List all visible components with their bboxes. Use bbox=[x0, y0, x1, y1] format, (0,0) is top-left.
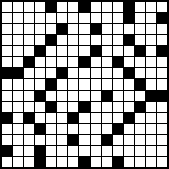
white-cell-r11c6[interactable] bbox=[68, 124, 78, 134]
black-cell-r0c4 bbox=[46, 2, 56, 12]
white-cell-r5c6[interactable] bbox=[68, 57, 78, 67]
white-cell-r3c7[interactable] bbox=[79, 35, 89, 45]
black-cell-r1c14 bbox=[157, 13, 167, 23]
white-cell-r12c1[interactable] bbox=[13, 135, 23, 145]
white-cell-r12c14[interactable] bbox=[157, 135, 167, 145]
white-cell-r6c6[interactable] bbox=[68, 68, 78, 78]
white-cell-r5c13[interactable] bbox=[146, 57, 156, 67]
white-cell-r4c2[interactable] bbox=[24, 46, 34, 56]
white-cell-r9c0[interactable] bbox=[2, 102, 12, 112]
white-cell-r7c9[interactable] bbox=[102, 79, 112, 89]
black-cell-r12c9 bbox=[102, 135, 112, 145]
white-cell-r12c11[interactable] bbox=[124, 135, 134, 145]
white-cell-r7c1[interactable] bbox=[13, 79, 23, 89]
white-cell-r13c7[interactable] bbox=[79, 146, 89, 156]
crossword-grid bbox=[0, 0, 169, 169]
white-cell-r13c1[interactable] bbox=[13, 146, 23, 156]
black-cell-r9c12 bbox=[135, 102, 145, 112]
white-cell-r3c12[interactable] bbox=[135, 35, 145, 45]
white-cell-r11c8[interactable] bbox=[91, 124, 101, 134]
white-cell-r11c13[interactable] bbox=[146, 124, 156, 134]
white-cell-r5c5[interactable] bbox=[57, 57, 67, 67]
white-cell-r10c13[interactable] bbox=[146, 113, 156, 123]
white-cell-r3c3[interactable] bbox=[35, 35, 45, 45]
white-cell-r6c4[interactable] bbox=[46, 68, 56, 78]
white-cell-r14c5[interactable] bbox=[57, 157, 67, 167]
white-cell-r2c13[interactable] bbox=[146, 24, 156, 34]
white-cell-r9c9[interactable] bbox=[102, 102, 112, 112]
white-cell-r11c2[interactable] bbox=[24, 124, 34, 134]
white-cell-r11c0[interactable] bbox=[2, 124, 12, 134]
white-cell-r13c2[interactable] bbox=[24, 146, 34, 156]
black-cell-r13c0 bbox=[2, 146, 12, 156]
white-cell-r0c12[interactable] bbox=[135, 2, 145, 12]
black-cell-r5c7 bbox=[79, 57, 89, 67]
white-cell-r8c2[interactable] bbox=[24, 91, 34, 101]
white-cell-r11c14[interactable] bbox=[157, 124, 167, 134]
white-cell-r3c0[interactable] bbox=[2, 35, 12, 45]
white-cell-r14c9[interactable] bbox=[102, 157, 112, 167]
white-cell-r3c8[interactable] bbox=[91, 35, 101, 45]
black-cell-r1c11 bbox=[124, 13, 134, 23]
white-cell-r3c5[interactable] bbox=[57, 35, 67, 45]
white-cell-r10c14[interactable] bbox=[157, 113, 167, 123]
white-cell-r9c1[interactable] bbox=[13, 102, 23, 112]
white-cell-r10c5[interactable] bbox=[57, 113, 67, 123]
black-cell-r8c9 bbox=[102, 91, 112, 101]
white-cell-r1c5[interactable] bbox=[57, 13, 67, 23]
white-cell-r8c6[interactable] bbox=[68, 91, 78, 101]
white-cell-r1c2[interactable] bbox=[24, 13, 34, 23]
white-cell-r11c1[interactable] bbox=[13, 124, 23, 134]
white-cell-r4c10[interactable] bbox=[113, 46, 123, 56]
white-cell-r3c14[interactable] bbox=[157, 35, 167, 45]
white-cell-r4c7[interactable] bbox=[79, 46, 89, 56]
white-cell-r14c8[interactable] bbox=[91, 157, 101, 167]
black-cell-r8c3 bbox=[35, 91, 45, 101]
white-cell-r2c7[interactable] bbox=[79, 24, 89, 34]
white-cell-r13c8[interactable] bbox=[91, 146, 101, 156]
white-cell-r0c1[interactable] bbox=[13, 2, 23, 12]
white-cell-r2c4[interactable] bbox=[46, 24, 56, 34]
white-cell-r3c6[interactable] bbox=[68, 35, 78, 45]
white-cell-r3c13[interactable] bbox=[146, 35, 156, 45]
white-cell-r1c3[interactable] bbox=[35, 13, 45, 23]
white-cell-r8c11[interactable] bbox=[124, 91, 134, 101]
white-cell-r4c1[interactable] bbox=[13, 46, 23, 56]
black-cell-r9c7 bbox=[79, 102, 89, 112]
white-cell-r8c0[interactable] bbox=[2, 91, 12, 101]
black-cell-r14c10 bbox=[113, 157, 123, 167]
white-cell-r6c10[interactable] bbox=[113, 68, 123, 78]
black-cell-r6c1 bbox=[13, 68, 23, 78]
black-cell-r14c3 bbox=[35, 157, 45, 167]
white-cell-r0c6[interactable] bbox=[68, 2, 78, 12]
white-cell-r11c4[interactable] bbox=[46, 124, 56, 134]
white-cell-r4c6[interactable] bbox=[68, 46, 78, 56]
white-cell-r10c9[interactable] bbox=[102, 113, 112, 123]
white-cell-r4c0[interactable] bbox=[2, 46, 12, 56]
white-cell-r10c10[interactable] bbox=[113, 113, 123, 123]
black-cell-r0c7 bbox=[79, 2, 89, 12]
white-cell-r8c4[interactable] bbox=[46, 91, 56, 101]
white-cell-r8c1[interactable] bbox=[13, 91, 23, 101]
white-cell-r9c10[interactable] bbox=[113, 102, 123, 112]
white-cell-r2c12[interactable] bbox=[135, 24, 145, 34]
white-cell-r7c8[interactable] bbox=[91, 79, 101, 89]
white-cell-r1c7[interactable] bbox=[79, 13, 89, 23]
white-cell-r13c6[interactable] bbox=[68, 146, 78, 156]
white-cell-r3c2[interactable] bbox=[24, 35, 34, 45]
white-cell-r3c1[interactable] bbox=[13, 35, 23, 45]
white-cell-r7c5[interactable] bbox=[57, 79, 67, 89]
white-cell-r7c7[interactable] bbox=[79, 79, 89, 89]
white-cell-r0c0[interactable] bbox=[2, 2, 12, 12]
white-cell-r6c2[interactable] bbox=[24, 68, 34, 78]
white-cell-r4c9[interactable] bbox=[102, 46, 112, 56]
white-cell-r11c7[interactable] bbox=[79, 124, 89, 134]
white-cell-r1c9[interactable] bbox=[102, 13, 112, 23]
white-cell-r6c13[interactable] bbox=[146, 68, 156, 78]
black-cell-r11c3 bbox=[35, 124, 45, 134]
white-cell-r4c4[interactable] bbox=[46, 46, 56, 56]
black-cell-r3c11 bbox=[124, 35, 134, 45]
black-cell-r6c0 bbox=[2, 68, 12, 78]
white-cell-r2c3[interactable] bbox=[35, 24, 45, 34]
black-cell-r10c0 bbox=[2, 113, 12, 123]
white-cell-r6c14[interactable] bbox=[157, 68, 167, 78]
white-cell-r11c11[interactable] bbox=[124, 124, 134, 134]
white-cell-r13c4[interactable] bbox=[46, 146, 56, 156]
white-cell-r14c0[interactable] bbox=[2, 157, 12, 167]
white-cell-r6c9[interactable] bbox=[102, 68, 112, 78]
white-cell-r2c0[interactable] bbox=[2, 24, 12, 34]
white-cell-r9c11[interactable] bbox=[124, 102, 134, 112]
white-cell-r5c4[interactable] bbox=[46, 57, 56, 67]
white-cell-r13c10[interactable] bbox=[113, 146, 123, 156]
white-cell-r5c14[interactable] bbox=[157, 57, 167, 67]
white-cell-r12c3[interactable] bbox=[35, 135, 45, 145]
black-cell-r12c6 bbox=[68, 135, 78, 145]
black-cell-r10c11 bbox=[124, 113, 134, 123]
white-cell-r5c12[interactable] bbox=[135, 57, 145, 67]
white-cell-r9c2[interactable] bbox=[24, 102, 34, 112]
white-cell-r8c7[interactable] bbox=[79, 91, 89, 101]
white-cell-r8c8[interactable] bbox=[91, 91, 101, 101]
white-cell-r0c5[interactable] bbox=[57, 2, 67, 12]
white-cell-r6c8[interactable] bbox=[91, 68, 101, 78]
white-cell-r10c8[interactable] bbox=[91, 113, 101, 123]
white-cell-r9c8[interactable] bbox=[91, 102, 101, 112]
white-cell-r10c7[interactable] bbox=[79, 113, 89, 123]
white-cell-r4c11[interactable] bbox=[124, 46, 134, 56]
white-cell-r12c2[interactable] bbox=[24, 135, 34, 145]
white-cell-r0c10[interactable] bbox=[113, 2, 123, 12]
white-cell-r11c12[interactable] bbox=[135, 124, 145, 134]
white-cell-r5c0[interactable] bbox=[2, 57, 12, 67]
black-cell-r13c3 bbox=[35, 146, 45, 156]
white-cell-r11c5[interactable] bbox=[57, 124, 67, 134]
white-cell-r7c6[interactable] bbox=[68, 79, 78, 89]
white-cell-r4c5[interactable] bbox=[57, 46, 67, 56]
black-cell-r7c4 bbox=[46, 79, 56, 89]
white-cell-r7c2[interactable] bbox=[24, 79, 34, 89]
white-cell-r9c3[interactable] bbox=[35, 102, 45, 112]
white-cell-r0c9[interactable] bbox=[102, 2, 112, 12]
white-cell-r1c4[interactable] bbox=[46, 13, 56, 23]
white-cell-r1c6[interactable] bbox=[68, 13, 78, 23]
white-cell-r12c13[interactable] bbox=[146, 135, 156, 145]
white-cell-r14c13[interactable] bbox=[146, 157, 156, 167]
white-cell-r7c11[interactable] bbox=[124, 79, 134, 89]
white-cell-r8c10[interactable] bbox=[113, 91, 123, 101]
white-cell-r14c1[interactable] bbox=[13, 157, 23, 167]
black-cell-r4c12 bbox=[135, 46, 145, 56]
black-cell-r14c7 bbox=[79, 157, 89, 167]
white-cell-r13c5[interactable] bbox=[57, 146, 67, 156]
white-cell-r9c6[interactable] bbox=[68, 102, 78, 112]
white-cell-r12c10[interactable] bbox=[113, 135, 123, 145]
black-cell-r0c11 bbox=[124, 2, 134, 12]
white-cell-r3c10[interactable] bbox=[113, 35, 123, 45]
white-cell-r11c9[interactable] bbox=[102, 124, 112, 134]
white-cell-r5c1[interactable] bbox=[13, 57, 23, 67]
white-cell-r1c0[interactable] bbox=[2, 13, 12, 23]
white-cell-r1c12[interactable] bbox=[135, 13, 145, 23]
black-cell-r4c3 bbox=[35, 46, 45, 56]
white-cell-r9c13[interactable] bbox=[146, 102, 156, 112]
white-cell-r7c10[interactable] bbox=[113, 79, 123, 89]
black-cell-r9c4 bbox=[46, 102, 56, 112]
white-cell-r2c9[interactable] bbox=[102, 24, 112, 34]
black-cell-r6c11 bbox=[124, 68, 134, 78]
white-cell-r12c5[interactable] bbox=[57, 135, 67, 145]
white-cell-r5c9[interactable] bbox=[102, 57, 112, 67]
white-cell-r2c1[interactable] bbox=[13, 24, 23, 34]
white-cell-r2c14[interactable] bbox=[157, 24, 167, 34]
white-cell-r9c14[interactable] bbox=[157, 102, 167, 112]
white-cell-r3c9[interactable] bbox=[102, 35, 112, 45]
white-cell-r7c3[interactable] bbox=[35, 79, 45, 89]
white-cell-r1c8[interactable] bbox=[91, 13, 101, 23]
white-cell-r10c4[interactable] bbox=[46, 113, 56, 123]
black-cell-r4c8 bbox=[91, 46, 101, 56]
white-cell-r0c14[interactable] bbox=[157, 2, 167, 12]
white-cell-r4c13[interactable] bbox=[146, 46, 156, 56]
white-cell-r1c10[interactable] bbox=[113, 13, 123, 23]
white-cell-r6c12[interactable] bbox=[135, 68, 145, 78]
white-cell-r13c11[interactable] bbox=[124, 146, 134, 156]
white-cell-r13c14[interactable] bbox=[157, 146, 167, 156]
white-cell-r10c3[interactable] bbox=[35, 113, 45, 123]
white-cell-r12c8[interactable] bbox=[91, 135, 101, 145]
white-cell-r5c3[interactable] bbox=[35, 57, 45, 67]
white-cell-r2c6[interactable] bbox=[68, 24, 78, 34]
white-cell-r2c2[interactable] bbox=[24, 24, 34, 34]
white-cell-r0c8[interactable] bbox=[91, 2, 101, 12]
white-cell-r8c5[interactable] bbox=[57, 91, 67, 101]
white-cell-r12c4[interactable] bbox=[46, 135, 56, 145]
black-cell-r6c5 bbox=[57, 68, 67, 78]
white-cell-r13c9[interactable] bbox=[102, 146, 112, 156]
white-cell-r7c0[interactable] bbox=[2, 79, 12, 89]
white-cell-r0c3[interactable] bbox=[35, 2, 45, 12]
white-cell-r7c14[interactable] bbox=[157, 79, 167, 89]
black-cell-r5c2 bbox=[24, 57, 34, 67]
white-cell-r12c0[interactable] bbox=[2, 135, 12, 145]
white-cell-r9c5[interactable] bbox=[57, 102, 67, 112]
white-cell-r7c13[interactable] bbox=[146, 79, 156, 89]
black-cell-r8c13 bbox=[146, 91, 156, 101]
white-cell-r14c4[interactable] bbox=[46, 157, 56, 167]
white-cell-r0c13[interactable] bbox=[146, 2, 156, 12]
black-cell-r7c12 bbox=[135, 79, 145, 89]
black-cell-r10c2 bbox=[24, 113, 34, 123]
black-cell-r11c10 bbox=[113, 124, 123, 134]
white-cell-r13c13[interactable] bbox=[146, 146, 156, 156]
white-cell-r14c6[interactable] bbox=[68, 157, 78, 167]
white-cell-r1c1[interactable] bbox=[13, 13, 23, 23]
black-cell-r5c10 bbox=[113, 57, 123, 67]
white-cell-r14c14[interactable] bbox=[157, 157, 167, 167]
white-cell-r8c12[interactable] bbox=[135, 91, 145, 101]
white-cell-r0c2[interactable] bbox=[24, 2, 34, 12]
white-cell-r5c8[interactable] bbox=[91, 57, 101, 67]
black-cell-r2c8 bbox=[91, 24, 101, 34]
white-cell-r6c3[interactable] bbox=[35, 68, 45, 78]
white-cell-r2c11[interactable] bbox=[124, 24, 134, 34]
white-cell-r2c10[interactable] bbox=[113, 24, 123, 34]
white-cell-r6c7[interactable] bbox=[79, 68, 89, 78]
black-cell-r10c6 bbox=[68, 113, 78, 123]
black-cell-r2c5 bbox=[57, 24, 67, 34]
white-cell-r10c12[interactable] bbox=[135, 113, 145, 123]
black-cell-r4c14 bbox=[157, 46, 167, 56]
white-cell-r12c12[interactable] bbox=[135, 135, 145, 145]
white-cell-r14c12[interactable] bbox=[135, 157, 145, 167]
white-cell-r14c11[interactable] bbox=[124, 157, 134, 167]
black-cell-r8c14 bbox=[157, 91, 167, 101]
white-cell-r5c11[interactable] bbox=[124, 57, 134, 67]
white-cell-r12c7[interactable] bbox=[79, 135, 89, 145]
white-cell-r13c12[interactable] bbox=[135, 146, 145, 156]
white-cell-r10c1[interactable] bbox=[13, 113, 23, 123]
black-cell-r3c4 bbox=[46, 35, 56, 45]
white-cell-r1c13[interactable] bbox=[146, 13, 156, 23]
white-cell-r14c2[interactable] bbox=[24, 157, 34, 167]
